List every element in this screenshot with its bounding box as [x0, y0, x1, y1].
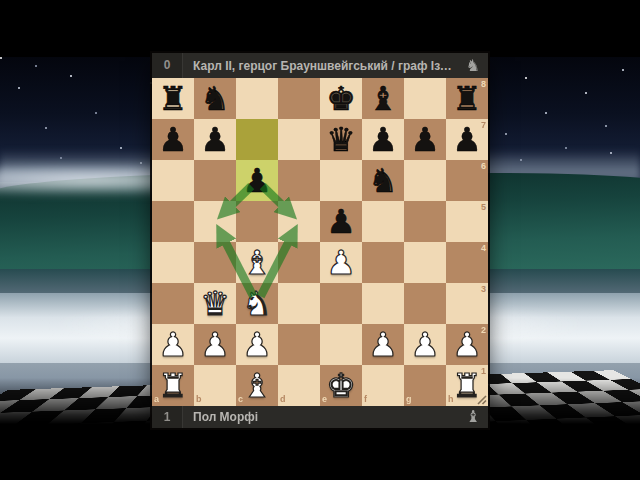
letterbox-top	[0, 0, 640, 57]
square-c8[interactable]	[236, 78, 278, 119]
chess-app: 0 Карл II, герцог Брауншвейгський / граф…	[152, 53, 488, 428]
rank-label-2: 2	[481, 326, 486, 335]
square-a6[interactable]	[152, 160, 194, 201]
square-d5[interactable]	[278, 201, 320, 242]
white-knight-c3[interactable]: ♞	[236, 283, 278, 324]
rank-label-8: 8	[481, 80, 486, 89]
square-e4[interactable]: ♟	[320, 242, 362, 283]
white-pawn-g2[interactable]: ♟	[404, 324, 446, 365]
square-d1[interactable]: d	[278, 365, 320, 406]
square-d7[interactable]	[278, 119, 320, 160]
square-c3[interactable]: ♞	[236, 283, 278, 324]
square-h8[interactable]: ♜8	[446, 78, 488, 119]
white-bishop-c4[interactable]: ♝	[236, 242, 278, 283]
screenshot-root: 0 Карл II, герцог Брауншвейгський / граф…	[0, 0, 640, 480]
rank-label-3: 3	[481, 285, 486, 294]
file-label-g: g	[406, 395, 412, 404]
square-b1[interactable]: b	[194, 365, 236, 406]
square-h5[interactable]: 5	[446, 201, 488, 242]
square-f7[interactable]: ♟	[362, 119, 404, 160]
file-label-f: f	[364, 395, 367, 404]
square-f5[interactable]	[362, 201, 404, 242]
resize-grip-icon[interactable]	[476, 394, 487, 405]
square-f4[interactable]	[362, 242, 404, 283]
square-a1[interactable]: ♜a	[152, 365, 194, 406]
square-d8[interactable]	[278, 78, 320, 119]
black-pawn-b7[interactable]: ♟	[194, 119, 236, 160]
square-d4[interactable]	[278, 242, 320, 283]
square-c2[interactable]: ♟	[236, 324, 278, 365]
white-queen-b3[interactable]: ♛	[194, 283, 236, 324]
chess-board: ♜♞♚♝♜8♟♟♛♟♟♟7♟♞6♟5♝♟4♛♞3♟♟♟♟♟♟2♜ab♝cd♚ef…	[152, 78, 488, 406]
square-c5[interactable]	[236, 201, 278, 242]
white-pawn-a2[interactable]: ♟	[152, 324, 194, 365]
square-h7[interactable]: ♟7	[446, 119, 488, 160]
rank-label-6: 6	[481, 162, 486, 171]
square-f6[interactable]: ♞	[362, 160, 404, 201]
square-b7[interactable]: ♟	[194, 119, 236, 160]
black-knight-f6[interactable]: ♞	[362, 160, 404, 201]
square-c1[interactable]: ♝c	[236, 365, 278, 406]
rank-label-4: 4	[481, 244, 486, 253]
square-a2[interactable]: ♟	[152, 324, 194, 365]
square-a7[interactable]: ♟	[152, 119, 194, 160]
square-a3[interactable]	[152, 283, 194, 324]
square-g1[interactable]: g	[404, 365, 446, 406]
black-pawn-e5[interactable]: ♟	[320, 201, 362, 242]
square-h2[interactable]: ♟2	[446, 324, 488, 365]
board-grid: ♜♞♚♝♜8♟♟♛♟♟♟7♟♞6♟5♝♟4♛♞3♟♟♟♟♟♟2♜ab♝cd♚ef…	[152, 78, 488, 406]
bottom-player-bar: 1 Пол Морфі ♝	[152, 406, 488, 428]
black-rook-a8[interactable]: ♜	[152, 78, 194, 119]
square-e6[interactable]	[320, 160, 362, 201]
square-h3[interactable]: 3	[446, 283, 488, 324]
bottom-player-score: 1	[152, 406, 183, 428]
square-f8[interactable]: ♝	[362, 78, 404, 119]
captured-knight-icon: ♞	[466, 58, 480, 74]
square-b2[interactable]: ♟	[194, 324, 236, 365]
rank-label-7: 7	[481, 121, 486, 130]
square-g5[interactable]	[404, 201, 446, 242]
captured-bishop-icon: ♝	[466, 409, 480, 425]
square-f3[interactable]	[362, 283, 404, 324]
black-pawn-a7[interactable]: ♟	[152, 119, 194, 160]
bottom-player-name: Пол Морфі	[193, 410, 458, 424]
square-h6[interactable]: 6	[446, 160, 488, 201]
square-b4[interactable]	[194, 242, 236, 283]
file-label-d: d	[280, 395, 286, 404]
file-label-e: e	[322, 395, 327, 404]
rank-label-5: 5	[481, 203, 486, 212]
white-pawn-b2[interactable]: ♟	[194, 324, 236, 365]
square-g3[interactable]	[404, 283, 446, 324]
square-g2[interactable]: ♟	[404, 324, 446, 365]
white-pawn-f2[interactable]: ♟	[362, 324, 404, 365]
square-d6[interactable]	[278, 160, 320, 201]
square-e1[interactable]: ♚e	[320, 365, 362, 406]
square-e2[interactable]	[320, 324, 362, 365]
square-a8[interactable]: ♜	[152, 78, 194, 119]
square-b3[interactable]: ♛	[194, 283, 236, 324]
black-queen-e7[interactable]: ♛	[320, 119, 362, 160]
square-e3[interactable]	[320, 283, 362, 324]
black-bishop-f8[interactable]: ♝	[362, 78, 404, 119]
square-e5[interactable]: ♟	[320, 201, 362, 242]
top-player-bar: 0 Карл II, герцог Брауншвейгський / граф…	[152, 53, 488, 78]
letterbox-bottom	[0, 424, 640, 480]
square-d2[interactable]	[278, 324, 320, 365]
square-c6[interactable]: ♟	[236, 160, 278, 201]
square-a5[interactable]	[152, 201, 194, 242]
top-player-name: Карл II, герцог Брауншвейгський / граф І…	[193, 59, 458, 73]
rank-label-1: 1	[481, 367, 486, 376]
square-c7[interactable]	[236, 119, 278, 160]
square-d3[interactable]	[278, 283, 320, 324]
square-c4[interactable]: ♝	[236, 242, 278, 283]
white-pawn-e4[interactable]: ♟	[320, 242, 362, 283]
square-b5[interactable]	[194, 201, 236, 242]
black-knight-b8[interactable]: ♞	[194, 78, 236, 119]
white-pawn-c2[interactable]: ♟	[236, 324, 278, 365]
file-label-b: b	[196, 395, 202, 404]
top-player-score: 0	[152, 53, 183, 78]
square-g8[interactable]	[404, 78, 446, 119]
square-e7[interactable]: ♛	[320, 119, 362, 160]
stars	[0, 57, 2, 59]
square-a4[interactable]	[152, 242, 194, 283]
square-f1[interactable]: f	[362, 365, 404, 406]
square-e8[interactable]: ♚	[320, 78, 362, 119]
square-f2[interactable]: ♟	[362, 324, 404, 365]
file-label-c: c	[238, 395, 243, 404]
file-label-a: a	[154, 395, 159, 404]
square-h4[interactable]: 4	[446, 242, 488, 283]
black-pawn-g7[interactable]: ♟	[404, 119, 446, 160]
square-g7[interactable]: ♟	[404, 119, 446, 160]
square-b8[interactable]: ♞	[194, 78, 236, 119]
black-pawn-f7[interactable]: ♟	[362, 119, 404, 160]
file-label-h: h	[448, 395, 454, 404]
black-king-e8[interactable]: ♚	[320, 78, 362, 119]
square-g6[interactable]	[404, 160, 446, 201]
black-pawn-c6[interactable]: ♟	[236, 160, 278, 201]
square-b6[interactable]	[194, 160, 236, 201]
square-g4[interactable]	[404, 242, 446, 283]
